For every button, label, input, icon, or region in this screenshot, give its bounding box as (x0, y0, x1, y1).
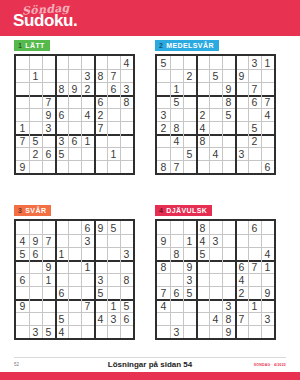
sudoku-empty-cell[interactable] (29, 312, 43, 326)
sudoku-empty-cell[interactable] (16, 260, 30, 274)
sudoku-given-cell: 7 (16, 134, 30, 148)
sudoku-given-cell: 4 (157, 299, 171, 313)
sudoku-empty-cell[interactable] (235, 325, 249, 338)
sudoku-empty-cell[interactable] (68, 160, 82, 173)
sudoku-empty-cell[interactable] (107, 160, 121, 173)
difficulty-label: MEDELSVÅR (166, 42, 214, 49)
sudoku-given-cell: 1 (107, 147, 121, 161)
issue-tag: SÖNDAG · 4/2022 (254, 363, 286, 367)
sudoku-empty-cell[interactable] (107, 56, 121, 70)
sudoku-empty-cell[interactable] (209, 134, 223, 148)
sudoku-given-cell: 1 (248, 299, 262, 313)
sudoku-empty-cell[interactable] (16, 221, 30, 235)
sudoku-empty-cell[interactable] (120, 147, 133, 161)
sudoku-given-cell: 6 (235, 260, 249, 274)
sudoku-empty-cell[interactable] (248, 234, 262, 248)
sudoku-given-cell: 7 (261, 95, 274, 109)
sudoku-given-cell: 1 (29, 69, 43, 83)
sudoku-empty-cell[interactable] (170, 299, 184, 313)
sudoku-empty-cell[interactable] (170, 108, 184, 122)
sudoku-empty-cell[interactable] (29, 95, 43, 109)
sudoku-empty-cell[interactable] (157, 95, 171, 109)
sudoku-empty-cell[interactable] (170, 69, 184, 83)
sudoku-empty-cell[interactable] (68, 299, 82, 313)
sudoku-empty-cell[interactable] (68, 147, 82, 161)
sudoku-empty-cell[interactable] (261, 134, 274, 148)
sudoku-grid-latt: 413878926376896421377536126519 (14, 54, 135, 175)
sudoku-given-cell: 5 (29, 134, 43, 148)
sudoku-empty-cell[interactable] (120, 260, 133, 274)
sudoku-empty-cell[interactable] (209, 299, 223, 313)
sudoku-grid-svar: 695497356139161386597155436354 (14, 219, 135, 340)
sudoku-empty-cell[interactable] (29, 108, 43, 122)
sudoku-empty-cell[interactable] (107, 95, 121, 109)
sudoku-empty-cell[interactable] (209, 325, 223, 338)
sudoku-given-cell: 4 (170, 134, 184, 148)
sudoku-empty-cell[interactable] (209, 108, 223, 122)
sudoku-empty-cell[interactable] (261, 325, 274, 338)
sudoku-empty-cell[interactable] (16, 325, 30, 338)
sudoku-empty-cell[interactable] (68, 325, 82, 338)
sudoku-empty-cell[interactable] (55, 95, 69, 109)
sudoku-empty-cell[interactable] (120, 221, 133, 235)
sudoku-given-cell: 7 (107, 69, 121, 83)
sudoku-given-cell: 1 (261, 56, 274, 70)
sudoku-empty-cell[interactable] (94, 56, 108, 70)
sudoku-given-cell: 2 (248, 134, 262, 148)
sudoku-given-cell: 6 (248, 221, 262, 235)
sudoku-given-cell: 4 (120, 56, 133, 70)
sudoku-empty-cell[interactable] (248, 325, 262, 338)
sudoku-empty-cell[interactable] (94, 299, 108, 313)
sudoku-given-cell: 5 (120, 299, 133, 313)
sudoku-given-cell: 1 (107, 299, 121, 313)
sudoku-given-cell: 9 (16, 160, 30, 173)
sudoku-grid-medelsvar: 531259197586732542845482543876 (155, 54, 276, 175)
sudoku-given-cell: 6 (94, 95, 108, 109)
sudoku-given-cell: 5 (55, 147, 69, 161)
sudoku-given-cell: 4 (196, 234, 210, 248)
masthead: Söndag Sudoku. (0, 0, 300, 36)
sudoku-empty-cell[interactable] (94, 260, 108, 274)
sudoku-empty-cell[interactable] (170, 273, 184, 287)
sudoku-empty-cell[interactable] (196, 56, 210, 70)
sudoku-given-cell: 8 (120, 95, 133, 109)
sudoku-empty-cell[interactable] (196, 95, 210, 109)
sudoku-empty-cell[interactable] (196, 299, 210, 313)
sudoku-empty-cell[interactable] (120, 134, 133, 148)
sudoku-empty-cell[interactable] (157, 221, 171, 235)
sudoku-given-cell: 6 (55, 108, 69, 122)
sudoku-empty-cell[interactable] (196, 69, 210, 83)
sudoku-empty-cell[interactable] (16, 69, 30, 83)
sudoku-empty-cell[interactable] (29, 56, 43, 70)
sudoku-empty-cell[interactable] (94, 147, 108, 161)
sudoku-empty-cell[interactable] (248, 69, 262, 83)
sudoku-empty-cell[interactable] (68, 108, 82, 122)
sudoku-empty-cell[interactable] (235, 108, 249, 122)
sudoku-empty-cell[interactable] (157, 312, 171, 326)
sudoku-empty-cell[interactable] (196, 325, 210, 338)
sudoku-given-cell: 5 (209, 69, 223, 83)
sudoku-empty-cell[interactable] (94, 134, 108, 148)
sudoku-empty-cell[interactable] (209, 160, 223, 173)
sudoku-empty-cell[interactable] (248, 147, 262, 161)
sudoku-given-cell: 6 (248, 95, 262, 109)
sudoku-empty-cell[interactable] (170, 260, 184, 274)
sudoku-given-cell: 5 (107, 221, 121, 235)
sudoku-grid-djavulsk: 869143854896713476529431487339 (155, 219, 276, 340)
sudoku-empty-cell[interactable] (261, 147, 274, 161)
sudoku-given-cell: 6 (68, 134, 82, 148)
sudoku-empty-cell[interactable] (170, 312, 184, 326)
sudoku-empty-cell[interactable] (157, 134, 171, 148)
sudoku-given-cell: 3 (157, 108, 171, 122)
difficulty-badge-medelsvar: 2 MEDELSVÅR (155, 40, 219, 51)
difficulty-badge-djavulsk: 4 DJÄVULSK (155, 205, 212, 216)
sudoku-empty-cell[interactable] (107, 108, 121, 122)
sudoku-empty-cell[interactable] (235, 95, 249, 109)
sudoku-given-cell: 1 (261, 260, 274, 274)
sudoku-empty-cell[interactable] (170, 221, 184, 235)
sudoku-empty-cell[interactable] (261, 273, 274, 287)
sudoku-given-cell: 9 (157, 234, 171, 248)
sudoku-empty-cell[interactable] (209, 221, 223, 235)
sudoku-given-cell: 7 (235, 312, 249, 326)
sudoku-empty-cell[interactable] (55, 160, 69, 173)
sudoku-empty-cell[interactable] (16, 312, 30, 326)
sudoku-given-cell: 9 (29, 234, 43, 248)
bottom-accent-bar (0, 372, 300, 380)
sudoku-empty-cell[interactable] (196, 160, 210, 173)
sudoku-empty-cell[interactable] (157, 273, 171, 287)
sudoku-given-cell: 2 (196, 108, 210, 122)
sudoku-given-cell: 6 (120, 312, 133, 326)
sudoku-given-cell: 2 (94, 108, 108, 122)
sudoku-empty-cell[interactable] (68, 221, 82, 235)
sudoku-empty-cell[interactable] (235, 234, 249, 248)
sudoku-given-cell: 4 (94, 312, 108, 326)
sudoku-given-cell: 4 (209, 312, 223, 326)
difficulty-number: 1 (18, 42, 22, 49)
sudoku-given-cell: 5 (170, 95, 184, 109)
sudoku-given-cell: 3 (55, 134, 69, 148)
sudoku-empty-cell[interactable] (94, 160, 108, 173)
sudoku-empty-cell[interactable] (55, 221, 69, 235)
sudoku-given-cell: 4 (55, 325, 69, 338)
sudoku-empty-cell[interactable] (196, 147, 210, 161)
sudoku-given-cell: 8 (196, 221, 210, 235)
sudoku-given-cell: 4 (261, 108, 274, 122)
sudoku-empty-cell[interactable] (235, 56, 249, 70)
sudoku-empty-cell[interactable] (29, 260, 43, 274)
sudoku-empty-cell[interactable] (55, 56, 69, 70)
sudoku-given-cell: 7 (170, 160, 184, 173)
sudoku-given-cell: 8 (120, 273, 133, 287)
sudoku-empty-cell[interactable] (120, 69, 133, 83)
sudoku-empty-cell[interactable] (55, 234, 69, 248)
footer-divider (14, 357, 286, 358)
sudoku-given-cell: 8 (196, 134, 210, 148)
sudoku-empty-cell[interactable] (120, 325, 133, 338)
difficulty-badge-latt: 1 LÄTT (14, 40, 50, 51)
sudoku-empty-cell[interactable] (68, 312, 82, 326)
sudoku-empty-cell[interactable] (196, 273, 210, 287)
sudoku-given-cell: 8 (94, 69, 108, 83)
sudoku-given-cell: 4 (235, 273, 249, 287)
sudoku-empty-cell[interactable] (16, 108, 30, 122)
page-title: Sudoku. (13, 11, 77, 31)
sudoku-empty-cell[interactable] (120, 234, 133, 248)
sudoku-empty-cell[interactable] (209, 260, 223, 274)
sudoku-given-cell: 9 (94, 221, 108, 235)
sudoku-given-cell: 3 (107, 312, 121, 326)
sudoku-given-cell: 3 (94, 273, 108, 287)
difficulty-number: 3 (18, 207, 22, 214)
sudoku-empty-cell[interactable] (157, 147, 171, 161)
sudoku-empty-cell[interactable] (68, 234, 82, 248)
sudoku-given-cell: 5 (157, 56, 171, 70)
sudoku-empty-cell[interactable] (261, 234, 274, 248)
sudoku-empty-cell[interactable] (16, 147, 30, 161)
sudoku-given-cell: 8 (157, 260, 171, 274)
sudoku-empty-cell[interactable] (55, 299, 69, 313)
sudoku-empty-cell[interactable] (107, 325, 121, 338)
sudoku-empty-cell[interactable] (261, 299, 274, 313)
sudoku-empty-cell[interactable] (209, 95, 223, 109)
sudoku-given-cell: 3 (248, 56, 262, 70)
sudoku-empty-cell[interactable] (209, 273, 223, 287)
page-number: 52 (14, 362, 19, 367)
sudoku-empty-cell[interactable] (235, 299, 249, 313)
sudoku-given-cell: 6 (261, 160, 274, 173)
sudoku-empty-cell[interactable] (29, 273, 43, 287)
sudoku-empty-cell[interactable] (68, 260, 82, 274)
sudoku-given-cell: 4 (16, 234, 30, 248)
sudoku-given-cell: 9 (235, 69, 249, 83)
difficulty-label: LÄTT (25, 42, 44, 49)
sudoku-empty-cell[interactable] (107, 260, 121, 274)
sudoku-given-cell: 3 (261, 312, 274, 326)
sudoku-empty-cell[interactable] (261, 69, 274, 83)
difficulty-number: 2 (159, 42, 163, 49)
sudoku-given-cell: 7 (248, 260, 262, 274)
sudoku-empty-cell[interactable] (196, 312, 210, 326)
sudoku-empty-cell[interactable] (68, 69, 82, 83)
sudoku-empty-cell[interactable] (157, 325, 171, 338)
sudoku-empty-cell[interactable] (94, 234, 108, 248)
sudoku-empty-cell[interactable] (157, 69, 171, 83)
sudoku-given-cell: 3 (29, 325, 43, 338)
sudoku-given-cell: 6 (16, 273, 30, 287)
sudoku-empty-cell[interactable] (107, 273, 121, 287)
sudoku-empty-cell[interactable] (248, 160, 262, 173)
sudoku-empty-cell[interactable] (248, 312, 262, 326)
sudoku-empty-cell[interactable] (107, 134, 121, 148)
sudoku-empty-cell[interactable] (248, 108, 262, 122)
sudoku-empty-cell[interactable] (68, 56, 82, 70)
sudoku-empty-cell[interactable] (94, 325, 108, 338)
sudoku-empty-cell[interactable] (170, 147, 184, 161)
sudoku-empty-cell[interactable] (55, 260, 69, 274)
sudoku-given-cell: 3 (235, 147, 249, 161)
sudoku-given-cell: 3 (209, 234, 223, 248)
sudoku-empty-cell[interactable] (55, 69, 69, 83)
difficulty-label: SVÅR (25, 207, 46, 214)
difficulty-label: DJÄVULSK (166, 207, 207, 214)
sudoku-empty-cell[interactable] (170, 234, 184, 248)
sudoku-given-cell: 2 (29, 147, 43, 161)
sudoku-empty-cell[interactable] (16, 56, 30, 70)
sudoku-empty-cell[interactable] (235, 160, 249, 173)
sudoku-empty-cell[interactable] (248, 273, 262, 287)
sudoku-empty-cell[interactable] (29, 160, 43, 173)
sudoku-given-cell: 5 (55, 312, 69, 326)
sudoku-given-cell: 3 (170, 325, 184, 338)
sudoku-empty-cell[interactable] (120, 108, 133, 122)
sudoku-given-cell: 8 (157, 160, 171, 173)
sudoku-empty-cell[interactable] (29, 299, 43, 313)
sudoku-empty-cell[interactable] (55, 273, 69, 287)
sudoku-empty-cell[interactable] (170, 56, 184, 70)
sudoku-empty-cell[interactable] (68, 95, 82, 109)
sudoku-empty-cell[interactable] (235, 221, 249, 235)
sudoku-given-cell: 4 (209, 147, 223, 161)
sudoku-empty-cell[interactable] (120, 160, 133, 173)
sudoku-empty-cell[interactable] (68, 273, 82, 287)
difficulty-badge-svar: 3 SVÅR (14, 205, 51, 216)
sudoku-given-cell: 9 (16, 299, 30, 313)
sudoku-empty-cell[interactable] (107, 234, 121, 248)
sudoku-empty-cell[interactable] (235, 134, 249, 148)
difficulty-number: 4 (159, 207, 163, 214)
sudoku-empty-cell[interactable] (261, 221, 274, 235)
sudoku-empty-cell[interactable] (196, 260, 210, 274)
sudoku-empty-cell[interactable] (209, 56, 223, 70)
sudoku-empty-cell[interactable] (29, 221, 43, 235)
sudoku-empty-cell[interactable] (16, 95, 30, 109)
